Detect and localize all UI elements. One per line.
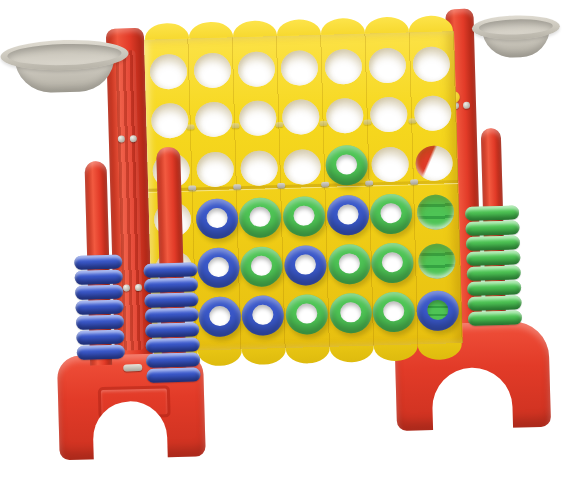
empty-hole bbox=[151, 103, 189, 139]
empty-hole-red-behind bbox=[415, 145, 453, 181]
ring-stack-left-inner bbox=[143, 262, 200, 383]
board-seam-clips bbox=[0, 0, 561, 8]
board-cell-d3 bbox=[282, 191, 327, 242]
board-cell-f6 bbox=[365, 40, 410, 91]
empty-hole bbox=[196, 151, 234, 187]
board-cell-e2 bbox=[327, 239, 372, 290]
empty-hole-green-behind bbox=[418, 244, 456, 280]
foot-arch-cutout bbox=[431, 367, 513, 431]
blue-disc bbox=[196, 247, 239, 288]
empty-hole bbox=[325, 49, 363, 85]
board-cell-e3 bbox=[325, 190, 370, 241]
board-cell-c6 bbox=[234, 44, 279, 95]
board-cell-g1 bbox=[415, 286, 460, 337]
board-cell-d2 bbox=[283, 240, 328, 291]
board-cell-f1 bbox=[372, 287, 417, 338]
board-cell-f5 bbox=[366, 90, 411, 141]
board-cell-g3 bbox=[413, 187, 458, 238]
board-cell-d6 bbox=[277, 43, 322, 94]
blue-disc bbox=[198, 297, 241, 338]
toss-tray-left bbox=[0, 38, 129, 96]
green-disc bbox=[370, 193, 413, 234]
green-disc bbox=[283, 196, 326, 237]
green-disc bbox=[240, 246, 283, 287]
board-cell-b6 bbox=[190, 45, 235, 96]
empty-hole bbox=[284, 149, 322, 185]
board-cell-g5 bbox=[410, 89, 455, 140]
green-disc bbox=[329, 293, 372, 334]
green-disc bbox=[239, 197, 282, 238]
screw-icon bbox=[463, 102, 470, 109]
empty-hole bbox=[195, 102, 233, 138]
toss-ring-blue bbox=[76, 329, 124, 344]
board-cell-b3 bbox=[194, 193, 239, 244]
board-cell-e1 bbox=[328, 288, 373, 339]
toss-tray-right bbox=[472, 14, 561, 62]
green-disc bbox=[371, 242, 414, 283]
empty-hole bbox=[150, 54, 188, 90]
board-cell-e5 bbox=[322, 91, 367, 142]
empty-hole bbox=[194, 53, 232, 89]
empty-hole bbox=[412, 46, 450, 82]
board-cell-c4 bbox=[236, 143, 281, 194]
empty-hole bbox=[326, 98, 364, 134]
toss-ring-green bbox=[468, 310, 522, 326]
empty-hole bbox=[413, 96, 451, 132]
ring-stack-left-outer bbox=[74, 255, 125, 361]
toss-ring-blue bbox=[145, 322, 199, 338]
board-cell-g6 bbox=[408, 39, 453, 90]
toss-ring-blue bbox=[76, 314, 124, 329]
board-cell-f3 bbox=[369, 188, 414, 239]
board-cell-f4 bbox=[368, 139, 413, 190]
blue-disc bbox=[284, 245, 327, 286]
toss-ring-green bbox=[466, 250, 520, 266]
board-cell-a5 bbox=[148, 96, 193, 147]
toss-ring-blue bbox=[143, 262, 197, 278]
toss-ring-blue bbox=[75, 300, 123, 315]
toss-ring-green bbox=[467, 280, 521, 296]
empty-hole bbox=[240, 150, 278, 186]
board-cell-c1 bbox=[241, 291, 286, 342]
toss-ring-green bbox=[467, 265, 521, 281]
empty-hole bbox=[237, 51, 275, 87]
toss-ring-blue bbox=[146, 367, 200, 383]
board-cell-b4 bbox=[193, 144, 238, 195]
empty-hole bbox=[281, 50, 319, 86]
toss-ring-blue bbox=[75, 270, 123, 285]
ring-stack-right bbox=[465, 205, 522, 326]
green-disc bbox=[373, 292, 416, 333]
board-cell-e6 bbox=[321, 42, 366, 93]
blue-disc-green-center bbox=[416, 290, 459, 331]
board-cell-d4 bbox=[280, 142, 325, 193]
board-cell-d1 bbox=[284, 289, 329, 340]
product-photo-giant-connect-four bbox=[0, 0, 568, 480]
green-disc bbox=[285, 294, 328, 335]
board-cell-e4 bbox=[324, 140, 369, 191]
blue-disc bbox=[195, 198, 238, 239]
toss-ring-blue bbox=[144, 292, 198, 308]
green-disc bbox=[328, 244, 371, 285]
board-cell-a6 bbox=[146, 47, 191, 98]
toss-ring-blue bbox=[75, 285, 123, 300]
board-cell-c3 bbox=[238, 192, 283, 243]
board-cell-c2 bbox=[239, 241, 284, 292]
blue-disc bbox=[242, 295, 285, 336]
toss-ring-blue bbox=[146, 352, 200, 368]
toss-ring-blue bbox=[145, 337, 199, 353]
empty-hole bbox=[239, 101, 277, 137]
board-cell-b2 bbox=[196, 243, 241, 294]
toss-ring-green bbox=[465, 205, 519, 221]
blue-disc bbox=[326, 194, 369, 235]
empty-hole bbox=[371, 146, 409, 182]
toss-ring-green bbox=[466, 235, 520, 251]
board-cell-f2 bbox=[370, 238, 415, 289]
board-cell-c5 bbox=[235, 93, 280, 144]
board-cell-b5 bbox=[191, 95, 236, 146]
board-cell-g2 bbox=[414, 236, 459, 287]
toss-ring-green bbox=[467, 295, 521, 311]
empty-hole bbox=[370, 97, 408, 133]
toss-ring-blue bbox=[77, 344, 125, 359]
toss-ring-green bbox=[465, 220, 519, 236]
board-cell-g4 bbox=[411, 138, 456, 189]
empty-hole bbox=[282, 99, 320, 135]
metal-pin bbox=[123, 364, 142, 372]
toss-ring-blue bbox=[144, 277, 198, 293]
empty-hole-green-behind bbox=[416, 194, 454, 230]
toss-ring-blue bbox=[74, 255, 122, 270]
scene bbox=[0, 0, 568, 480]
empty-hole bbox=[368, 48, 406, 84]
board-cell-b1 bbox=[197, 292, 242, 343]
board-cell-d5 bbox=[279, 92, 324, 143]
toss-ring-blue bbox=[145, 307, 199, 323]
green-disc bbox=[325, 145, 368, 186]
